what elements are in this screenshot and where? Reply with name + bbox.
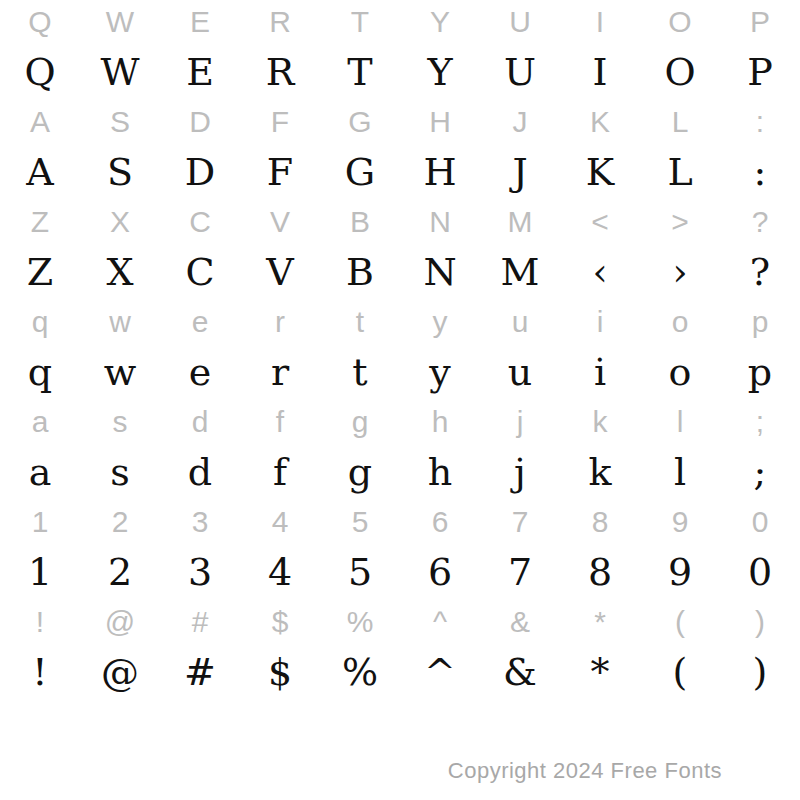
char-gray-r7-c8: * [560,600,640,644]
char-black-r5-c2: s [80,444,160,500]
char-black-r2-c4: F [240,144,320,200]
char-black-r5-c1: a [0,444,80,500]
char-gray-r4-c8: i [560,300,640,344]
char-black-r7-c5: % [320,644,400,700]
char-gray-r5-c5: g [320,400,400,444]
char-black-r5-c5: g [320,444,400,500]
char-black-r3-c4: V [240,244,320,300]
char-black-r4-c10: p [720,344,800,400]
char-gray-r4-c10: p [720,300,800,344]
char-black-r7-c8: * [560,644,640,700]
char-gray-r6-c2: 2 [80,500,160,544]
char-black-r3-c7: M [480,244,560,300]
char-black-r4-c3: e [160,344,240,400]
char-black-r3-c3: C [160,244,240,300]
char-black-r4-c8: i [560,344,640,400]
char-gray-r2-c6: H [400,100,480,144]
char-gray-r1-c10: P [720,0,800,44]
char-black-r6-c6: 6 [400,544,480,600]
char-gray-r5-c1: a [0,400,80,444]
char-black-r7-c1: ! [0,644,80,700]
char-black-r1-c6: Y [400,44,480,100]
char-black-r6-c10: 0 [720,544,800,600]
char-gray-r3-c5: B [320,200,400,244]
char-gray-r4-c5: t [320,300,400,344]
font-specimen-sheet: QWERTYUIOPQWERTYUIOPASDFGHJKL:ASDFGHJKL:… [0,0,800,800]
char-gray-r4-c9: o [640,300,720,344]
char-black-r3-c8: ‹ [560,244,640,300]
char-gray-r2-c10: : [720,100,800,144]
char-black-r7-c6: ^ [400,644,480,700]
char-gray-r6-c7: 7 [480,500,560,544]
char-black-r1-c10: P [720,44,800,100]
char-black-r3-c9: › [640,244,720,300]
char-gray-r4-c3: e [160,300,240,344]
char-gray-r5-c9: l [640,400,720,444]
char-gray-r5-c3: d [160,400,240,444]
char-black-r2-c9: L [640,144,720,200]
char-gray-r3-c9: > [640,200,720,244]
char-gray-r7-c9: ( [640,600,720,644]
char-black-r1-c9: O [640,44,720,100]
char-black-r6-c9: 9 [640,544,720,600]
char-black-r5-c6: h [400,444,480,500]
char-gray-r2-c5: G [320,100,400,144]
char-black-r2-c1: A [0,144,80,200]
char-black-r6-c5: 5 [320,544,400,600]
char-black-r2-c5: G [320,144,400,200]
char-gray-r7-c1: ! [0,600,80,644]
char-gray-r5-c2: s [80,400,160,444]
char-black-r2-c10: : [720,144,800,200]
char-gray-r2-c9: L [640,100,720,144]
char-black-r4-c9: o [640,344,720,400]
char-black-r1-c8: I [560,44,640,100]
char-gray-r3-c6: N [400,200,480,244]
char-black-r2-c8: K [560,144,640,200]
char-black-r7-c3: # [160,644,240,700]
char-gray-r4-c6: y [400,300,480,344]
char-gray-r2-c2: S [80,100,160,144]
char-black-r4-c1: q [0,344,80,400]
char-black-r5-c9: l [640,444,720,500]
char-gray-r6-c1: 1 [0,500,80,544]
char-gray-r6-c5: 5 [320,500,400,544]
char-black-r6-c8: 8 [560,544,640,600]
char-gray-r7-c10: ) [720,600,800,644]
char-black-r6-c4: 4 [240,544,320,600]
char-gray-r6-c8: 8 [560,500,640,544]
char-black-r1-c2: W [80,44,160,100]
char-black-r7-c9: ( [640,644,720,700]
char-gray-r6-c10: 0 [720,500,800,544]
char-gray-r1-c4: R [240,0,320,44]
char-gray-r1-c8: I [560,0,640,44]
char-black-r3-c10: ? [720,244,800,300]
char-black-r4-c4: r [240,344,320,400]
char-black-r6-c2: 2 [80,544,160,600]
char-gray-r1-c1: Q [0,0,80,44]
char-gray-r7-c7: & [480,600,560,644]
char-gray-r1-c2: W [80,0,160,44]
char-black-r7-c7: & [480,644,560,700]
char-black-r7-c10: ) [720,644,800,700]
char-black-r4-c6: y [400,344,480,400]
character-grid: QWERTYUIOPQWERTYUIOPASDFGHJKL:ASDFGHJKL:… [0,0,800,700]
char-gray-r5-c10: ; [720,400,800,444]
char-black-r3-c6: N [400,244,480,300]
char-gray-r1-c6: Y [400,0,480,44]
char-gray-r6-c4: 4 [240,500,320,544]
char-gray-r1-c7: U [480,0,560,44]
char-black-r5-c7: j [480,444,560,500]
char-black-r1-c1: Q [0,44,80,100]
char-black-r5-c10: ; [720,444,800,500]
char-gray-r1-c9: O [640,0,720,44]
char-black-r1-c5: T [320,44,400,100]
char-black-r1-c7: U [480,44,560,100]
char-black-r7-c4: $ [240,644,320,700]
char-black-r3-c2: X [80,244,160,300]
char-black-r5-c4: f [240,444,320,500]
char-black-r6-c7: 7 [480,544,560,600]
char-gray-r3-c1: Z [0,200,80,244]
char-black-r3-c1: Z [0,244,80,300]
char-gray-r4-c7: u [480,300,560,344]
char-gray-r4-c4: r [240,300,320,344]
char-gray-r5-c6: h [400,400,480,444]
char-gray-r7-c5: % [320,600,400,644]
char-gray-r6-c3: 3 [160,500,240,544]
char-gray-r4-c2: w [80,300,160,344]
char-gray-r5-c4: f [240,400,320,444]
char-black-r1-c3: E [160,44,240,100]
char-gray-r1-c3: E [160,0,240,44]
char-black-r1-c4: R [240,44,320,100]
char-gray-r2-c7: J [480,100,560,144]
char-black-r6-c3: 3 [160,544,240,600]
char-black-r2-c7: J [480,144,560,200]
char-black-r2-c2: S [80,144,160,200]
char-gray-r3-c10: ? [720,200,800,244]
char-gray-r3-c7: M [480,200,560,244]
char-gray-r6-c9: 9 [640,500,720,544]
char-gray-r3-c4: V [240,200,320,244]
char-gray-r5-c8: k [560,400,640,444]
char-gray-r2-c3: D [160,100,240,144]
char-gray-r3-c2: X [80,200,160,244]
char-gray-r7-c4: $ [240,600,320,644]
char-gray-r6-c6: 6 [400,500,480,544]
char-black-r2-c3: D [160,144,240,200]
char-gray-r3-c3: C [160,200,240,244]
char-black-r3-c5: B [320,244,400,300]
char-black-r4-c7: u [480,344,560,400]
char-gray-r4-c1: q [0,300,80,344]
char-black-r4-c2: w [80,344,160,400]
char-gray-r3-c8: < [560,200,640,244]
char-gray-r2-c8: K [560,100,640,144]
char-gray-r7-c6: ^ [400,600,480,644]
char-black-r5-c3: d [160,444,240,500]
char-gray-r7-c2: @ [80,600,160,644]
copyright-text: Copyright 2024 Free Fonts [448,758,722,784]
char-black-r2-c6: H [400,144,480,200]
char-gray-r2-c1: A [0,100,80,144]
char-black-r5-c8: k [560,444,640,500]
char-black-r4-c5: t [320,344,400,400]
char-gray-r1-c5: T [320,0,400,44]
char-gray-r2-c4: F [240,100,320,144]
char-black-r7-c2: @ [80,644,160,700]
char-gray-r5-c7: j [480,400,560,444]
char-gray-r7-c3: # [160,600,240,644]
char-black-r6-c1: 1 [0,544,80,600]
